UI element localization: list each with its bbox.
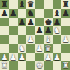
- square-b1[interactable]: [9, 61, 18, 70]
- chess-board: ♜♝♛♜♟♟♞♝♟♟♟♚♟♟♟♞♟♝♟♞♟♛♟♟♟♟♟♜♚♜: [0, 0, 70, 70]
- piece-white-king[interactable]: ♚: [36, 61, 43, 70]
- piece-white-pawn[interactable]: ♟: [27, 35, 34, 44]
- square-h1[interactable]: ♜: [61, 61, 70, 70]
- piece-white-pawn[interactable]: ♟: [53, 53, 60, 62]
- square-g2[interactable]: ♟: [53, 53, 62, 62]
- square-c5[interactable]: [18, 26, 27, 35]
- piece-black-pawn[interactable]: ♟: [62, 9, 69, 18]
- square-d1[interactable]: [26, 61, 35, 70]
- square-c1[interactable]: [18, 61, 27, 70]
- square-g5[interactable]: ♞: [53, 26, 62, 35]
- square-a1[interactable]: ♜: [0, 61, 9, 70]
- square-a6[interactable]: [0, 18, 9, 27]
- square-f2[interactable]: ♟: [44, 53, 53, 62]
- square-h6[interactable]: [61, 18, 70, 27]
- piece-white-rook[interactable]: ♜: [62, 61, 69, 70]
- piece-black-pawn[interactable]: ♟: [18, 18, 25, 27]
- piece-white-knight[interactable]: ♞: [53, 26, 60, 35]
- square-f1[interactable]: [44, 61, 53, 70]
- piece-white-pawn[interactable]: ♟: [62, 35, 69, 44]
- square-g1[interactable]: [53, 61, 62, 70]
- piece-black-bishop[interactable]: ♝: [18, 0, 25, 9]
- square-d2[interactable]: [26, 53, 35, 62]
- square-a4[interactable]: [0, 35, 9, 44]
- piece-black-pawn[interactable]: ♟: [27, 18, 34, 27]
- square-b2[interactable]: ♟: [9, 53, 18, 62]
- square-b7[interactable]: ♟: [9, 9, 18, 18]
- piece-white-pawn[interactable]: ♟: [18, 53, 25, 62]
- square-e7[interactable]: [35, 9, 44, 18]
- square-c8[interactable]: ♝: [18, 0, 27, 9]
- piece-black-pawn[interactable]: ♟: [1, 9, 8, 18]
- square-h3[interactable]: [61, 44, 70, 53]
- piece-white-pawn[interactable]: ♟: [44, 53, 51, 62]
- square-h7[interactable]: ♟: [61, 9, 70, 18]
- square-d6[interactable]: ♟: [26, 18, 35, 27]
- square-e5[interactable]: ♟: [35, 26, 44, 35]
- piece-white-rook[interactable]: ♜: [1, 61, 8, 70]
- square-g4[interactable]: [53, 35, 62, 44]
- piece-white-pawn[interactable]: ♟: [9, 53, 16, 62]
- piece-black-pawn[interactable]: ♟: [9, 9, 16, 18]
- square-a5[interactable]: [0, 26, 9, 35]
- square-h4[interactable]: ♟: [61, 35, 70, 44]
- square-e3[interactable]: ♟: [35, 44, 44, 53]
- square-e8[interactable]: [35, 0, 44, 9]
- square-a7[interactable]: ♟: [0, 9, 9, 18]
- square-f8[interactable]: [44, 0, 53, 9]
- square-d3[interactable]: [26, 44, 35, 53]
- piece-black-pawn[interactable]: ♟: [36, 26, 43, 35]
- square-b5[interactable]: [9, 26, 18, 35]
- square-d4[interactable]: ♟: [26, 35, 35, 44]
- square-c2[interactable]: ♟: [18, 53, 27, 62]
- square-b4[interactable]: [9, 35, 18, 44]
- square-b6[interactable]: [9, 18, 18, 27]
- square-c6[interactable]: ♟: [18, 18, 27, 27]
- piece-white-pawn[interactable]: ♟: [36, 44, 43, 53]
- square-e1[interactable]: ♚: [35, 61, 44, 70]
